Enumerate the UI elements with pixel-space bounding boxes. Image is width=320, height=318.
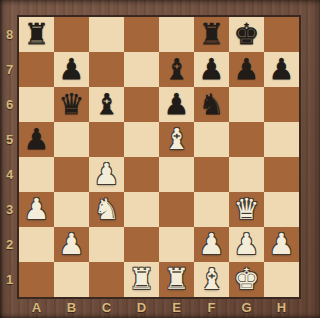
square-d2[interactable] — [124, 227, 159, 262]
chess-board-frame: 87654321 ♜♜♚♟♝♟♟♟♛♝♟♞♟♝♟♟♞♛♟♟♟♟♜♜♝♚ ABCD… — [0, 0, 320, 318]
piece-white-rook-e1[interactable]: ♜ — [159, 262, 194, 297]
piece-black-bishop-e7[interactable]: ♝ — [159, 52, 194, 87]
square-d5[interactable] — [124, 122, 159, 157]
file-label-g: G — [229, 297, 264, 318]
square-f8[interactable]: ♜ — [194, 17, 229, 52]
file-label-f: F — [194, 297, 229, 318]
square-f1[interactable]: ♝ — [194, 262, 229, 297]
rank-label-3: 3 — [0, 192, 19, 227]
square-h4[interactable] — [264, 157, 299, 192]
square-c6[interactable]: ♝ — [89, 87, 124, 122]
square-a4[interactable] — [19, 157, 54, 192]
piece-white-pawn-c4[interactable]: ♟ — [89, 157, 124, 192]
file-label-b: B — [54, 297, 89, 318]
square-c2[interactable] — [89, 227, 124, 262]
piece-white-knight-c3[interactable]: ♞ — [89, 192, 124, 227]
piece-black-pawn-g7[interactable]: ♟ — [229, 52, 264, 87]
square-a7[interactable] — [19, 52, 54, 87]
piece-black-rook-a8[interactable]: ♜ — [19, 17, 54, 52]
piece-black-pawn-e6[interactable]: ♟ — [159, 87, 194, 122]
rank-label-7: 7 — [0, 52, 19, 87]
piece-black-pawn-f7[interactable]: ♟ — [194, 52, 229, 87]
rank-label-2: 2 — [0, 227, 19, 262]
piece-black-rook-f8[interactable]: ♜ — [194, 17, 229, 52]
piece-white-pawn-f2[interactable]: ♟ — [194, 227, 229, 262]
square-e6[interactable]: ♟ — [159, 87, 194, 122]
square-d8[interactable] — [124, 17, 159, 52]
square-f4[interactable] — [194, 157, 229, 192]
square-c1[interactable] — [89, 262, 124, 297]
square-d1[interactable]: ♜ — [124, 262, 159, 297]
square-d3[interactable] — [124, 192, 159, 227]
file-label-h: H — [264, 297, 299, 318]
board: ♜♜♚♟♝♟♟♟♛♝♟♞♟♝♟♟♞♛♟♟♟♟♜♜♝♚ — [19, 17, 299, 297]
rank-label-4: 4 — [0, 157, 19, 192]
square-b6[interactable]: ♛ — [54, 87, 89, 122]
square-b2[interactable]: ♟ — [54, 227, 89, 262]
square-a2[interactable] — [19, 227, 54, 262]
square-b5[interactable] — [54, 122, 89, 157]
square-g4[interactable] — [229, 157, 264, 192]
square-b3[interactable] — [54, 192, 89, 227]
square-a3[interactable]: ♟ — [19, 192, 54, 227]
file-label-e: E — [159, 297, 194, 318]
square-a1[interactable] — [19, 262, 54, 297]
piece-white-rook-d1[interactable]: ♜ — [124, 262, 159, 297]
piece-white-pawn-a3[interactable]: ♟ — [19, 192, 54, 227]
square-e5[interactable]: ♝ — [159, 122, 194, 157]
square-h7[interactable]: ♟ — [264, 52, 299, 87]
square-a8[interactable]: ♜ — [19, 17, 54, 52]
file-labels: ABCDEFGH — [19, 297, 299, 318]
square-g6[interactable] — [229, 87, 264, 122]
rank-labels: 87654321 — [0, 17, 19, 297]
square-g2[interactable]: ♟ — [229, 227, 264, 262]
rank-label-1: 1 — [0, 262, 19, 297]
square-c4[interactable]: ♟ — [89, 157, 124, 192]
square-e4[interactable] — [159, 157, 194, 192]
square-b7[interactable]: ♟ — [54, 52, 89, 87]
square-g3[interactable]: ♛ — [229, 192, 264, 227]
square-d4[interactable] — [124, 157, 159, 192]
piece-black-pawn-a5[interactable]: ♟ — [19, 122, 54, 157]
file-label-c: C — [89, 297, 124, 318]
square-g8[interactable]: ♚ — [229, 17, 264, 52]
piece-white-bishop-f1[interactable]: ♝ — [194, 262, 229, 297]
rank-label-8: 8 — [0, 17, 19, 52]
piece-black-queen-b6[interactable]: ♛ — [54, 87, 89, 122]
square-b8[interactable] — [54, 17, 89, 52]
square-g5[interactable] — [229, 122, 264, 157]
square-f3[interactable] — [194, 192, 229, 227]
piece-black-king-g8[interactable]: ♚ — [229, 17, 264, 52]
piece-white-pawn-h2[interactable]: ♟ — [264, 227, 299, 262]
square-f5[interactable] — [194, 122, 229, 157]
square-h2[interactable]: ♟ — [264, 227, 299, 262]
piece-white-pawn-g2[interactable]: ♟ — [229, 227, 264, 262]
piece-white-queen-g3[interactable]: ♛ — [229, 192, 264, 227]
square-a5[interactable]: ♟ — [19, 122, 54, 157]
square-c5[interactable] — [89, 122, 124, 157]
file-label-a: A — [19, 297, 54, 318]
square-c8[interactable] — [89, 17, 124, 52]
square-f2[interactable]: ♟ — [194, 227, 229, 262]
piece-white-bishop-e5[interactable]: ♝ — [159, 122, 194, 157]
square-h5[interactable] — [264, 122, 299, 157]
square-h8[interactable] — [264, 17, 299, 52]
piece-black-bishop-c6[interactable]: ♝ — [89, 87, 124, 122]
piece-white-king-g1[interactable]: ♚ — [229, 262, 264, 297]
square-c3[interactable]: ♞ — [89, 192, 124, 227]
square-d6[interactable] — [124, 87, 159, 122]
square-e1[interactable]: ♜ — [159, 262, 194, 297]
piece-black-pawn-b7[interactable]: ♟ — [54, 52, 89, 87]
file-label-d: D — [124, 297, 159, 318]
square-f6[interactable]: ♞ — [194, 87, 229, 122]
square-f7[interactable]: ♟ — [194, 52, 229, 87]
rank-label-6: 6 — [0, 87, 19, 122]
square-h1[interactable] — [264, 262, 299, 297]
square-b1[interactable] — [54, 262, 89, 297]
square-g7[interactable]: ♟ — [229, 52, 264, 87]
square-e2[interactable] — [159, 227, 194, 262]
square-c7[interactable] — [89, 52, 124, 87]
piece-black-pawn-h7[interactable]: ♟ — [264, 52, 299, 87]
square-e3[interactable] — [159, 192, 194, 227]
square-h6[interactable] — [264, 87, 299, 122]
piece-black-knight-f6[interactable]: ♞ — [194, 87, 229, 122]
square-e8[interactable] — [159, 17, 194, 52]
square-d7[interactable] — [124, 52, 159, 87]
square-b4[interactable] — [54, 157, 89, 192]
square-g1[interactable]: ♚ — [229, 262, 264, 297]
square-e7[interactable]: ♝ — [159, 52, 194, 87]
square-h3[interactable] — [264, 192, 299, 227]
square-a6[interactable] — [19, 87, 54, 122]
rank-label-5: 5 — [0, 122, 19, 157]
piece-white-pawn-b2[interactable]: ♟ — [54, 227, 89, 262]
